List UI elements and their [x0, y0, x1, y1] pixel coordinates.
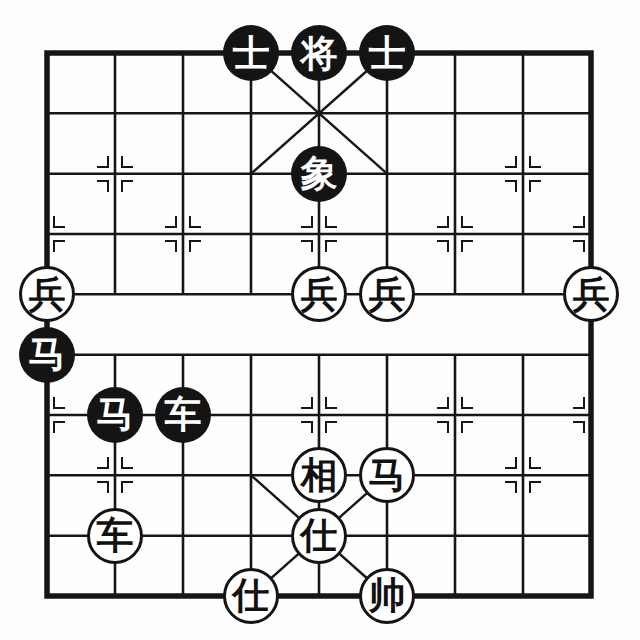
- red-soldier-file1[interactable]: 兵: [19, 266, 75, 322]
- marker-bracket: [505, 457, 517, 469]
- marker-bracket: [461, 421, 473, 433]
- point-marker: [13, 204, 81, 264]
- marker-bracket: [529, 156, 541, 168]
- marker-bracket: [301, 240, 313, 252]
- marker-bracket: [437, 421, 449, 433]
- marker-bracket: [97, 156, 109, 168]
- red-advisor-center[interactable]: 仕: [291, 508, 347, 564]
- marker-bracket: [53, 397, 65, 409]
- marker-bracket: [437, 240, 449, 252]
- marker-bracket: [529, 481, 541, 493]
- red-soldier-file9[interactable]: 兵: [563, 266, 619, 322]
- marker-bracket: [529, 180, 541, 192]
- black-advisor-right[interactable]: 士: [359, 25, 415, 81]
- marker-bracket: [121, 180, 133, 192]
- marker-bracket: [461, 216, 473, 228]
- point-marker: [285, 204, 353, 264]
- marker-bracket: [573, 216, 585, 228]
- black-elephant[interactable]: 象: [291, 146, 347, 202]
- marker-bracket: [53, 421, 65, 433]
- point-marker: [489, 144, 557, 204]
- marker-bracket: [529, 457, 541, 469]
- marker-bracket: [121, 156, 133, 168]
- marker-bracket: [505, 156, 517, 168]
- point-marker: [285, 385, 353, 445]
- marker-bracket: [573, 397, 585, 409]
- black-chariot[interactable]: 车: [155, 387, 211, 443]
- marker-bracket: [461, 397, 473, 409]
- marker-bracket: [301, 397, 313, 409]
- marker-bracket: [437, 397, 449, 409]
- marker-bracket: [165, 216, 177, 228]
- marker-bracket: [437, 216, 449, 228]
- red-horse[interactable]: 马: [359, 447, 415, 503]
- marker-bracket: [461, 240, 473, 252]
- black-general[interactable]: 将: [291, 25, 347, 81]
- point-marker: [557, 204, 625, 264]
- marker-bracket: [301, 216, 313, 228]
- marker-bracket: [325, 216, 337, 228]
- red-soldier-file6[interactable]: 兵: [359, 266, 415, 322]
- marker-bracket: [573, 240, 585, 252]
- point-marker: [81, 144, 149, 204]
- marker-bracket: [325, 421, 337, 433]
- point-marker: [421, 204, 489, 264]
- point-marker: [81, 445, 149, 505]
- marker-bracket: [97, 180, 109, 192]
- marker-bracket: [97, 457, 109, 469]
- marker-bracket: [121, 481, 133, 493]
- marker-bracket: [189, 240, 201, 252]
- point-marker: [421, 385, 489, 445]
- board-grid: 士将士象兵兵兵兵马马车相马车仕仕帅: [13, 23, 625, 626]
- point-marker: [149, 204, 217, 264]
- xiangqi-diagram: 士将士象兵兵兵兵马马车相马车仕仕帅: [0, 0, 640, 640]
- marker-bracket: [325, 240, 337, 252]
- marker-bracket: [165, 240, 177, 252]
- red-elephant[interactable]: 相: [291, 447, 347, 503]
- marker-bracket: [53, 216, 65, 228]
- black-horse-edge[interactable]: 马: [19, 327, 75, 383]
- marker-bracket: [505, 481, 517, 493]
- marker-bracket: [301, 421, 313, 433]
- black-advisor-left[interactable]: 士: [223, 25, 279, 81]
- marker-bracket: [189, 216, 201, 228]
- red-general[interactable]: 帅: [359, 568, 415, 624]
- marker-bracket: [97, 481, 109, 493]
- marker-bracket: [573, 421, 585, 433]
- red-soldier-file5[interactable]: 兵: [291, 266, 347, 322]
- red-chariot[interactable]: 车: [87, 508, 143, 564]
- marker-bracket: [505, 180, 517, 192]
- point-marker: [13, 385, 81, 445]
- point-marker: [489, 445, 557, 505]
- marker-bracket: [121, 457, 133, 469]
- black-horse[interactable]: 马: [87, 387, 143, 443]
- red-advisor-bottom[interactable]: 仕: [223, 568, 279, 624]
- marker-bracket: [53, 240, 65, 252]
- point-marker: [557, 385, 625, 445]
- marker-bracket: [325, 397, 337, 409]
